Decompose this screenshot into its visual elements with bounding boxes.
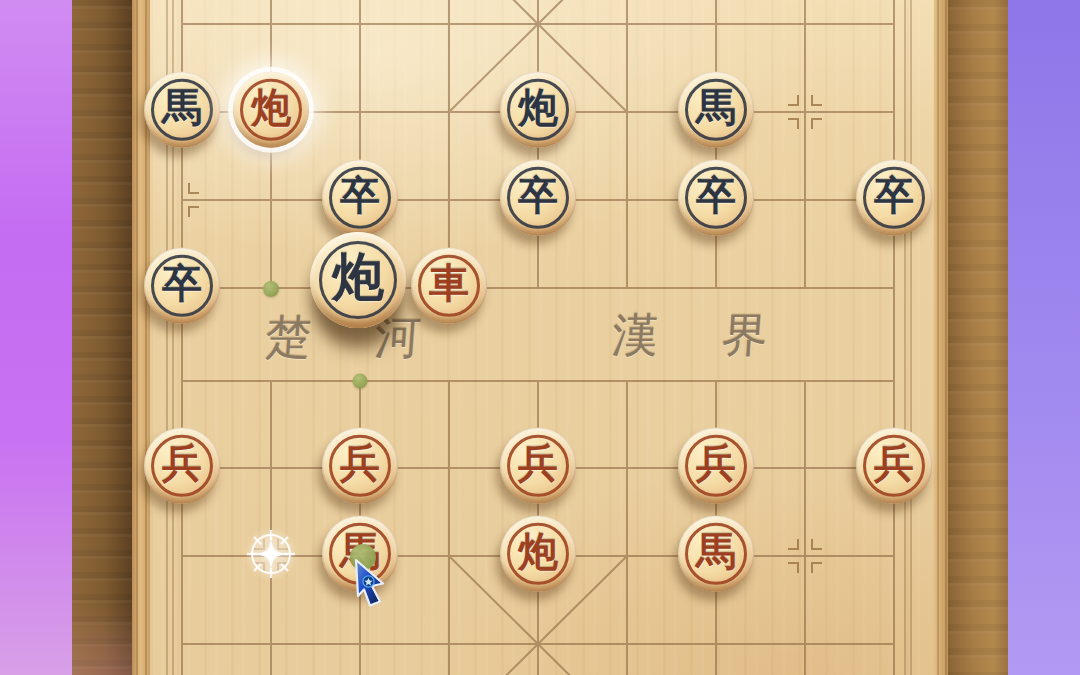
xiangqi-game-screen: 楚 河漢 界 馬炮炮馬卒卒卒卒卒炮車兵兵兵兵兵馬炮馬: [0, 0, 1080, 675]
effects-layer: [0, 0, 1080, 675]
click-effect: [233, 516, 309, 596]
